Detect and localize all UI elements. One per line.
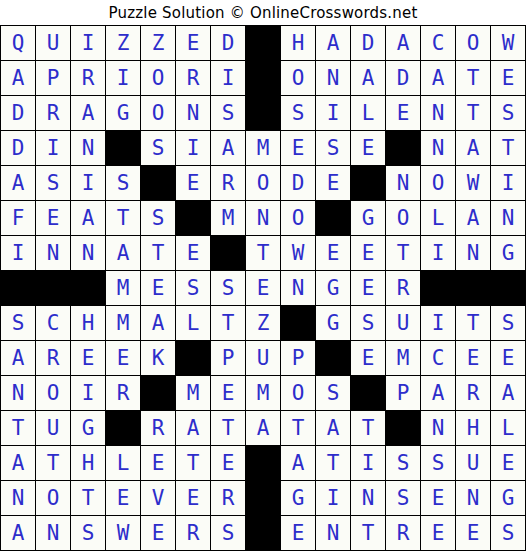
letter-cell-r7c14: N <box>456 236 490 270</box>
letter-cell-r5c1: A <box>1 166 35 200</box>
letter-cell-r3c14: T <box>456 96 490 130</box>
letter-cell-r2c2: P <box>36 61 70 95</box>
black-cell-r3c8 <box>246 96 280 130</box>
letter-cell-r14c13: E <box>421 481 455 515</box>
letter-cell-r12c6: A <box>176 411 210 445</box>
letter-cell-r9c4: M <box>106 306 140 340</box>
letter-cell-r4c2: I <box>36 131 70 165</box>
letter-cell-r3c10: I <box>316 96 350 130</box>
letter-cell-r11c8: M <box>246 376 280 410</box>
letter-cell-r11c7: E <box>211 376 245 410</box>
letter-cell-r2c12: D <box>386 61 420 95</box>
letter-cell-r11c3: I <box>71 376 105 410</box>
letter-cell-r10c3: E <box>71 341 105 375</box>
letter-cell-r2c7: I <box>211 61 245 95</box>
letter-cell-r13c5: E <box>141 446 175 480</box>
black-cell-r2c8 <box>246 61 280 95</box>
letter-cell-r5c8: O <box>246 166 280 200</box>
letter-cell-r11c1: N <box>1 376 35 410</box>
letter-cell-r15c10: N <box>316 516 350 550</box>
black-cell-r6c10 <box>316 201 350 235</box>
letter-cell-r13c7: E <box>211 446 245 480</box>
letter-cell-r9c3: H <box>71 306 105 340</box>
letter-cell-r8c5: E <box>141 271 175 305</box>
letter-cell-r3c6: N <box>176 96 210 130</box>
letter-cell-r8c7: S <box>211 271 245 305</box>
letter-cell-r7c5: T <box>141 236 175 270</box>
letter-cell-r2c1: A <box>1 61 35 95</box>
letter-cell-r10c2: R <box>36 341 70 375</box>
letter-cell-r1c5: Z <box>141 26 175 60</box>
letter-cell-r10c13: C <box>421 341 455 375</box>
black-cell-r8c15 <box>491 271 525 305</box>
letter-cell-r4c10: S <box>316 131 350 165</box>
letter-cell-r13c15: E <box>491 446 525 480</box>
letter-cell-r15c4: W <box>106 516 140 550</box>
letter-cell-r14c1: N <box>1 481 35 515</box>
letter-cell-r7c2: N <box>36 236 70 270</box>
letter-cell-r3c4: G <box>106 96 140 130</box>
letter-cell-r7c4: A <box>106 236 140 270</box>
black-cell-r6c6 <box>176 201 210 235</box>
letter-cell-r3c13: N <box>421 96 455 130</box>
letter-cell-r7c12: T <box>386 236 420 270</box>
letter-cell-r5c14: W <box>456 166 490 200</box>
letter-cell-r14c9: G <box>281 481 315 515</box>
letter-cell-r3c5: O <box>141 96 175 130</box>
letter-cell-r11c9: O <box>281 376 315 410</box>
letter-cell-r7c8: T <box>246 236 280 270</box>
letter-cell-r7c11: E <box>351 236 385 270</box>
letter-cell-r11c10: S <box>316 376 350 410</box>
black-cell-r8c2 <box>36 271 70 305</box>
letter-cell-r13c10: T <box>316 446 350 480</box>
letter-cell-r15c11: T <box>351 516 385 550</box>
letter-cell-r12c7: T <box>211 411 245 445</box>
letter-cell-r8c11: E <box>351 271 385 305</box>
letter-cell-r13c14: U <box>456 446 490 480</box>
letter-cell-r1c11: D <box>351 26 385 60</box>
letter-cell-r15c6: R <box>176 516 210 550</box>
letter-cell-r9c1: S <box>1 306 35 340</box>
letter-cell-r12c10: A <box>316 411 350 445</box>
letter-cell-r15c7: S <box>211 516 245 550</box>
letter-cell-r5c3: I <box>71 166 105 200</box>
letter-cell-r11c12: P <box>386 376 420 410</box>
letter-cell-r4c5: S <box>141 131 175 165</box>
letter-cell-r1c14: O <box>456 26 490 60</box>
black-cell-r1c8 <box>246 26 280 60</box>
black-cell-r8c14 <box>456 271 490 305</box>
letter-cell-r10c4: E <box>106 341 140 375</box>
black-cell-r13c8 <box>246 446 280 480</box>
letter-cell-r5c13: O <box>421 166 455 200</box>
letter-cell-r11c6: M <box>176 376 210 410</box>
letter-cell-r10c9: P <box>281 341 315 375</box>
letter-cell-r11c2: O <box>36 376 70 410</box>
letter-cell-r1c13: C <box>421 26 455 60</box>
letter-cell-r6c15: N <box>491 201 525 235</box>
letter-cell-r10c1: A <box>1 341 35 375</box>
black-cell-r4c4 <box>106 131 140 165</box>
letter-cell-r4c7: A <box>211 131 245 165</box>
letter-cell-r4c1: D <box>1 131 35 165</box>
letter-cell-r13c12: S <box>386 446 420 480</box>
letter-cell-r8c9: N <box>281 271 315 305</box>
letter-cell-r13c11: I <box>351 446 385 480</box>
letter-cell-r8c10: G <box>316 271 350 305</box>
letter-cell-r13c2: T <box>36 446 70 480</box>
letter-cell-r10c12: M <box>386 341 420 375</box>
letter-cell-r6c5: S <box>141 201 175 235</box>
letter-cell-r3c12: E <box>386 96 420 130</box>
letter-cell-r6c4: T <box>106 201 140 235</box>
letter-cell-r6c1: F <box>1 201 35 235</box>
letter-cell-r5c6: E <box>176 166 210 200</box>
letter-cell-r7c3: N <box>71 236 105 270</box>
letter-cell-r7c10: E <box>316 236 350 270</box>
letter-cell-r14c7: R <box>211 481 245 515</box>
letter-cell-r2c6: R <box>176 61 210 95</box>
letter-cell-r14c12: S <box>386 481 420 515</box>
letter-cell-r5c12: N <box>386 166 420 200</box>
letter-cell-r5c4: S <box>106 166 140 200</box>
crossword-grid: QUIZZEDHADACOWAPRIORIONADATEDRAGONSSILEN… <box>0 25 526 551</box>
letter-cell-r12c1: T <box>1 411 35 445</box>
letter-cell-r11c14: R <box>456 376 490 410</box>
letter-cell-r12c9: T <box>281 411 315 445</box>
letter-cell-r15c15: S <box>491 516 525 550</box>
letter-cell-r13c13: S <box>421 446 455 480</box>
letter-cell-r6c7: M <box>211 201 245 235</box>
letter-cell-r13c9: A <box>281 446 315 480</box>
letter-cell-r7c9: W <box>281 236 315 270</box>
letter-cell-r3c15: S <box>491 96 525 130</box>
black-cell-r14c8 <box>246 481 280 515</box>
letter-cell-r14c3: T <box>71 481 105 515</box>
letter-cell-r15c5: E <box>141 516 175 550</box>
letter-cell-r6c13: L <box>421 201 455 235</box>
letter-cell-r12c8: A <box>246 411 280 445</box>
letter-cell-r12c5: R <box>141 411 175 445</box>
letter-cell-r12c13: N <box>421 411 455 445</box>
letter-cell-r7c13: I <box>421 236 455 270</box>
letter-cell-r8c4: M <box>106 271 140 305</box>
letter-cell-r13c1: A <box>1 446 35 480</box>
black-cell-r5c11 <box>351 166 385 200</box>
letter-cell-r6c3: A <box>71 201 105 235</box>
letter-cell-r6c9: O <box>281 201 315 235</box>
letter-cell-r10c5: K <box>141 341 175 375</box>
letter-cell-r4c3: N <box>71 131 105 165</box>
black-cell-r8c1 <box>1 271 35 305</box>
letter-cell-r12c11: T <box>351 411 385 445</box>
letter-cell-r15c1: A <box>1 516 35 550</box>
letter-cell-r8c6: S <box>176 271 210 305</box>
black-cell-r4c12 <box>386 131 420 165</box>
black-cell-r11c5 <box>141 376 175 410</box>
black-cell-r5c5 <box>141 166 175 200</box>
letter-cell-r1c1: Q <box>1 26 35 60</box>
black-cell-r7c7 <box>211 236 245 270</box>
letter-cell-r2c15: E <box>491 61 525 95</box>
black-cell-r10c10 <box>316 341 350 375</box>
black-cell-r15c8 <box>246 516 280 550</box>
letter-cell-r4c9: E <box>281 131 315 165</box>
letter-cell-r7c6: E <box>176 236 210 270</box>
letter-cell-r9c5: A <box>141 306 175 340</box>
letter-cell-r4c6: I <box>176 131 210 165</box>
letter-cell-r4c13: N <box>421 131 455 165</box>
letter-cell-r14c14: N <box>456 481 490 515</box>
letter-cell-r15c3: S <box>71 516 105 550</box>
letter-cell-r5c15: I <box>491 166 525 200</box>
letter-cell-r13c4: L <box>106 446 140 480</box>
letter-cell-r2c9: O <box>281 61 315 95</box>
letter-cell-r11c4: R <box>106 376 140 410</box>
page-title: Puzzle Solution © OnlineCrosswords.net <box>0 0 526 25</box>
letter-cell-r6c11: G <box>351 201 385 235</box>
letter-cell-r3c2: R <box>36 96 70 130</box>
letter-cell-r4c14: A <box>456 131 490 165</box>
letter-cell-r7c1: I <box>1 236 35 270</box>
letter-cell-r4c11: E <box>351 131 385 165</box>
letter-cell-r14c15: G <box>491 481 525 515</box>
letter-cell-r3c9: S <box>281 96 315 130</box>
letter-cell-r9c11: S <box>351 306 385 340</box>
letter-cell-r15c13: E <box>421 516 455 550</box>
letter-cell-r1c6: E <box>176 26 210 60</box>
letter-cell-r7c15: G <box>491 236 525 270</box>
letter-cell-r15c9: E <box>281 516 315 550</box>
letter-cell-r3c1: D <box>1 96 35 130</box>
letter-cell-r1c2: U <box>36 26 70 60</box>
letter-cell-r6c12: O <box>386 201 420 235</box>
letter-cell-r8c8: E <box>246 271 280 305</box>
letter-cell-r2c3: R <box>71 61 105 95</box>
letter-cell-r9c15: S <box>491 306 525 340</box>
letter-cell-r5c7: R <box>211 166 245 200</box>
letter-cell-r1c3: I <box>71 26 105 60</box>
letter-cell-r4c15: T <box>491 131 525 165</box>
letter-cell-r15c2: N <box>36 516 70 550</box>
letter-cell-r10c14: E <box>456 341 490 375</box>
black-cell-r8c13 <box>421 271 455 305</box>
letter-cell-r5c10: E <box>316 166 350 200</box>
letter-cell-r1c7: D <box>211 26 245 60</box>
letter-cell-r10c11: E <box>351 341 385 375</box>
letter-cell-r3c7: S <box>211 96 245 130</box>
letter-cell-r11c13: A <box>421 376 455 410</box>
letter-cell-r14c2: O <box>36 481 70 515</box>
letter-cell-r6c2: E <box>36 201 70 235</box>
letter-cell-r2c10: N <box>316 61 350 95</box>
black-cell-r8c3 <box>71 271 105 305</box>
letter-cell-r10c7: P <box>211 341 245 375</box>
letter-cell-r6c8: N <box>246 201 280 235</box>
black-cell-r9c9 <box>281 306 315 340</box>
letter-cell-r3c3: A <box>71 96 105 130</box>
letter-cell-r8c12: R <box>386 271 420 305</box>
black-cell-r10c6 <box>176 341 210 375</box>
letter-cell-r2c13: A <box>421 61 455 95</box>
letter-cell-r6c14: A <box>456 201 490 235</box>
letter-cell-r14c5: V <box>141 481 175 515</box>
letter-cell-r2c11: A <box>351 61 385 95</box>
letter-cell-r15c12: R <box>386 516 420 550</box>
letter-cell-r12c2: U <box>36 411 70 445</box>
letter-cell-r12c14: H <box>456 411 490 445</box>
letter-cell-r14c10: I <box>316 481 350 515</box>
letter-cell-r10c15: E <box>491 341 525 375</box>
letter-cell-r2c4: I <box>106 61 140 95</box>
letter-cell-r9c12: U <box>386 306 420 340</box>
letter-cell-r1c15: W <box>491 26 525 60</box>
letter-cell-r13c6: T <box>176 446 210 480</box>
letter-cell-r12c15: L <box>491 411 525 445</box>
black-cell-r12c12 <box>386 411 420 445</box>
letter-cell-r3c11: L <box>351 96 385 130</box>
letter-cell-r9c13: I <box>421 306 455 340</box>
letter-cell-r1c4: Z <box>106 26 140 60</box>
letter-cell-r5c2: S <box>36 166 70 200</box>
letter-cell-r1c12: A <box>386 26 420 60</box>
letter-cell-r15c14: E <box>456 516 490 550</box>
letter-cell-r14c4: E <box>106 481 140 515</box>
letter-cell-r9c10: G <box>316 306 350 340</box>
letter-cell-r9c2: C <box>36 306 70 340</box>
letter-cell-r9c14: T <box>456 306 490 340</box>
letter-cell-r1c10: A <box>316 26 350 60</box>
letter-cell-r14c6: E <box>176 481 210 515</box>
letter-cell-r11c15: A <box>491 376 525 410</box>
black-cell-r12c4 <box>106 411 140 445</box>
letter-cell-r2c14: T <box>456 61 490 95</box>
letter-cell-r1c9: H <box>281 26 315 60</box>
letter-cell-r14c11: N <box>351 481 385 515</box>
black-cell-r11c11 <box>351 376 385 410</box>
letter-cell-r9c7: T <box>211 306 245 340</box>
letter-cell-r9c6: L <box>176 306 210 340</box>
letter-cell-r13c3: H <box>71 446 105 480</box>
letter-cell-r4c8: M <box>246 131 280 165</box>
letter-cell-r2c5: O <box>141 61 175 95</box>
letter-cell-r12c3: G <box>71 411 105 445</box>
letter-cell-r5c9: D <box>281 166 315 200</box>
letter-cell-r9c8: Z <box>246 306 280 340</box>
letter-cell-r10c8: U <box>246 341 280 375</box>
